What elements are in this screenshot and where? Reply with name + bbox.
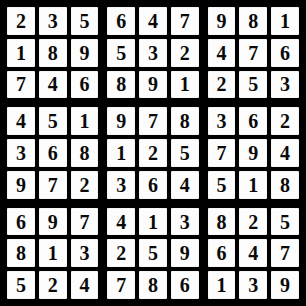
sudoku-cell-r5c8[interactable]: 9 (239, 139, 267, 167)
sudoku-cell-r9c9[interactable]: 9 (271, 271, 299, 299)
sudoku-box-6: 3 6 2 7 9 4 5 1 8 (208, 107, 299, 198)
sudoku-cell-r2c3[interactable]: 9 (71, 39, 99, 67)
sudoku-cell-r3c6[interactable]: 1 (171, 71, 199, 99)
sudoku-cell-r9c5[interactable]: 8 (139, 271, 167, 299)
sudoku-cell-r1c4[interactable]: 6 (107, 7, 135, 35)
sudoku-cell-r9c7[interactable]: 1 (208, 271, 236, 299)
sudoku-cell-r4c8[interactable]: 6 (239, 107, 267, 135)
sudoku-cell-r6c3[interactable]: 2 (71, 171, 99, 199)
sudoku-cell-r8c6[interactable]: 9 (171, 239, 199, 267)
sudoku-box-5: 9 7 8 1 2 5 3 6 4 (107, 107, 198, 198)
sudoku-cell-r2c2[interactable]: 8 (39, 39, 67, 67)
sudoku-cell-r4c6[interactable]: 8 (171, 107, 199, 135)
sudoku-cell-r4c9[interactable]: 2 (271, 107, 299, 135)
sudoku-cell-r7c3[interactable]: 7 (71, 208, 99, 236)
sudoku-cell-r8c4[interactable]: 2 (107, 239, 135, 267)
sudoku-cell-r3c9[interactable]: 3 (271, 71, 299, 99)
sudoku-cell-r7c5[interactable]: 1 (139, 208, 167, 236)
sudoku-cell-r9c3[interactable]: 4 (71, 271, 99, 299)
sudoku-cell-r6c8[interactable]: 1 (239, 171, 267, 199)
sudoku-cell-r6c4[interactable]: 3 (107, 171, 135, 199)
sudoku-cell-r1c5[interactable]: 4 (139, 7, 167, 35)
sudoku-cell-r3c1[interactable]: 7 (7, 71, 35, 99)
sudoku-cell-r6c9[interactable]: 8 (271, 171, 299, 199)
sudoku-cell-r8c1[interactable]: 8 (7, 239, 35, 267)
sudoku-cell-r8c9[interactable]: 7 (271, 239, 299, 267)
sudoku-cell-r5c2[interactable]: 6 (39, 139, 67, 167)
sudoku-cell-r8c2[interactable]: 1 (39, 239, 67, 267)
sudoku-cell-r6c1[interactable]: 9 (7, 171, 35, 199)
sudoku-cell-r8c8[interactable]: 4 (239, 239, 267, 267)
sudoku-cell-r6c2[interactable]: 7 (39, 171, 67, 199)
sudoku-cell-r6c7[interactable]: 5 (208, 171, 236, 199)
sudoku-cell-r5c4[interactable]: 1 (107, 139, 135, 167)
sudoku-cell-r2c6[interactable]: 2 (171, 39, 199, 67)
sudoku-cell-r8c7[interactable]: 6 (208, 239, 236, 267)
sudoku-cell-r5c6[interactable]: 5 (171, 139, 199, 167)
sudoku-cell-r8c3[interactable]: 3 (71, 239, 99, 267)
sudoku-cell-r7c9[interactable]: 5 (271, 208, 299, 236)
sudoku-cell-r8c5[interactable]: 5 (139, 239, 167, 267)
sudoku-cell-r9c4[interactable]: 7 (107, 271, 135, 299)
sudoku-cell-r4c5[interactable]: 7 (139, 107, 167, 135)
sudoku-cell-r9c1[interactable]: 5 (7, 271, 35, 299)
sudoku-box-7: 6 9 7 8 1 3 5 2 4 (7, 208, 98, 299)
sudoku-cell-r3c5[interactable]: 9 (139, 71, 167, 99)
sudoku-box-4: 4 5 1 3 6 8 9 7 2 (7, 107, 98, 198)
sudoku-cell-r5c1[interactable]: 3 (7, 139, 35, 167)
sudoku-cell-r9c2[interactable]: 2 (39, 271, 67, 299)
sudoku-cell-r4c4[interactable]: 9 (107, 107, 135, 135)
sudoku-cell-r9c6[interactable]: 6 (171, 271, 199, 299)
sudoku-board: 2 3 5 1 8 9 7 4 6 6 4 7 5 3 2 8 9 1 9 8 … (0, 0, 306, 306)
sudoku-cell-r4c3[interactable]: 1 (71, 107, 99, 135)
sudoku-cell-r1c3[interactable]: 5 (71, 7, 99, 35)
sudoku-cell-r1c1[interactable]: 2 (7, 7, 35, 35)
sudoku-cell-r4c2[interactable]: 5 (39, 107, 67, 135)
sudoku-cell-r1c8[interactable]: 8 (239, 7, 267, 35)
sudoku-cell-r2c1[interactable]: 1 (7, 39, 35, 67)
sudoku-cell-r7c4[interactable]: 4 (107, 208, 135, 236)
sudoku-box-2: 6 4 7 5 3 2 8 9 1 (107, 7, 198, 98)
sudoku-cell-r2c4[interactable]: 5 (107, 39, 135, 67)
sudoku-cell-r7c2[interactable]: 9 (39, 208, 67, 236)
sudoku-cell-r4c1[interactable]: 4 (7, 107, 35, 135)
sudoku-cell-r5c3[interactable]: 8 (71, 139, 99, 167)
sudoku-cell-r9c8[interactable]: 3 (239, 271, 267, 299)
sudoku-cell-r5c9[interactable]: 4 (271, 139, 299, 167)
sudoku-cell-r3c2[interactable]: 4 (39, 71, 67, 99)
sudoku-cell-r1c9[interactable]: 1 (271, 7, 299, 35)
sudoku-box-3: 9 8 1 4 7 6 2 5 3 (208, 7, 299, 98)
sudoku-cell-r1c6[interactable]: 7 (171, 7, 199, 35)
sudoku-cell-r1c7[interactable]: 9 (208, 7, 236, 35)
sudoku-cell-r3c8[interactable]: 5 (239, 71, 267, 99)
sudoku-cell-r7c1[interactable]: 6 (7, 208, 35, 236)
sudoku-cell-r2c8[interactable]: 7 (239, 39, 267, 67)
sudoku-cell-r6c6[interactable]: 4 (171, 171, 199, 199)
sudoku-cell-r3c7[interactable]: 2 (208, 71, 236, 99)
sudoku-cell-r7c6[interactable]: 3 (171, 208, 199, 236)
sudoku-cell-r4c7[interactable]: 3 (208, 107, 236, 135)
sudoku-box-1: 2 3 5 1 8 9 7 4 6 (7, 7, 98, 98)
sudoku-cell-r7c7[interactable]: 8 (208, 208, 236, 236)
sudoku-cell-r6c5[interactable]: 6 (139, 171, 167, 199)
sudoku-box-8: 4 1 3 2 5 9 7 8 6 (107, 208, 198, 299)
sudoku-cell-r2c9[interactable]: 6 (271, 39, 299, 67)
sudoku-cell-r3c4[interactable]: 8 (107, 71, 135, 99)
sudoku-cell-r5c5[interactable]: 2 (139, 139, 167, 167)
sudoku-cell-r5c7[interactable]: 7 (208, 139, 236, 167)
sudoku-cell-r7c8[interactable]: 2 (239, 208, 267, 236)
sudoku-cell-r1c2[interactable]: 3 (39, 7, 67, 35)
sudoku-cell-r2c7[interactable]: 4 (208, 39, 236, 67)
sudoku-box-9: 8 2 5 6 4 7 1 3 9 (208, 208, 299, 299)
sudoku-cell-r3c3[interactable]: 6 (71, 71, 99, 99)
sudoku-cell-r2c5[interactable]: 3 (139, 39, 167, 67)
